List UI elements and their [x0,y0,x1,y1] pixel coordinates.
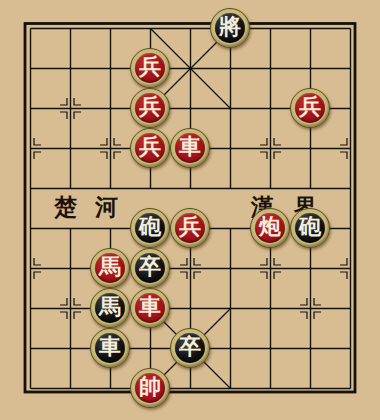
intersection-7-2[interactable]: 兵 [290,88,330,128]
intersection-1-7[interactable] [50,288,90,328]
intersection-2-0[interactable] [90,8,130,48]
intersection-8-8[interactable] [330,328,370,368]
intersection-6-4[interactable] [250,168,290,208]
intersection-4-4[interactable] [170,168,210,208]
intersection-3-7[interactable]: 車 [130,288,170,328]
intersection-2-4[interactable] [90,168,130,208]
intersection-6-9[interactable] [250,368,290,408]
xiangqi-board: 楚河 漢界 將兵兵兵兵車砲兵炮砲馬卒馬車車卒帥 [0,0,380,420]
intersection-2-5[interactable] [90,208,130,248]
intersection-6-6[interactable] [250,248,290,288]
intersection-5-3[interactable] [210,128,250,168]
intersection-6-0[interactable] [250,8,290,48]
piece-face: 兵 [295,93,325,123]
intersection-3-1[interactable]: 兵 [130,48,170,88]
piece-face: 兵 [135,133,165,163]
piece-black-chariot-1[interactable]: 車 [90,328,130,368]
intersection-4-6[interactable] [170,248,210,288]
piece-glyph: 卒 [139,256,161,278]
piece-face: 炮 [255,213,285,243]
intersection-0-2[interactable] [10,88,50,128]
piece-face: 兵 [135,53,165,83]
intersection-2-2[interactable] [90,88,130,128]
piece-face: 將 [215,13,245,43]
intersection-2-6[interactable]: 馬 [90,248,130,288]
piece-glyph: 兵 [179,216,201,238]
piece-red-soldier-1[interactable]: 兵 [130,48,170,88]
intersection-4-0[interactable] [170,8,210,48]
piece-glyph: 炮 [259,216,281,238]
intersection-6-8[interactable] [250,328,290,368]
piece-red-general[interactable]: 帥 [130,368,170,408]
intersection-4-1[interactable] [170,48,210,88]
piece-face: 車 [95,333,125,363]
intersection-1-9[interactable] [50,368,90,408]
intersection-4-3[interactable]: 車 [170,128,210,168]
intersection-5-6[interactable] [210,248,250,288]
piece-face: 卒 [135,253,165,283]
intersection-3-4[interactable] [130,168,170,208]
intersection-7-8[interactable] [290,328,330,368]
intersection-7-9[interactable] [290,368,330,408]
intersection-2-9[interactable] [90,368,130,408]
intersection-8-9[interactable] [330,368,370,408]
piece-face: 兵 [175,213,205,243]
intersection-2-8[interactable]: 車 [90,328,130,368]
intersection-0-3[interactable] [10,128,50,168]
intersection-5-2[interactable] [210,88,250,128]
intersection-4-9[interactable] [170,368,210,408]
intersection-8-6[interactable] [330,248,370,288]
intersection-0-8[interactable] [10,328,50,368]
piece-face: 車 [135,293,165,323]
piece-face: 卒 [175,333,205,363]
intersection-5-5[interactable] [210,208,250,248]
intersection-3-3[interactable]: 兵 [130,128,170,168]
intersection-5-4[interactable] [210,168,250,208]
piece-red-chariot-2[interactable]: 車 [130,288,170,328]
intersection-8-1[interactable] [330,48,370,88]
intersection-4-8[interactable]: 卒 [170,328,210,368]
piece-black-cannon-2[interactable]: 砲 [290,208,330,248]
piece-glyph: 馬 [99,296,121,318]
piece-face: 馬 [95,293,125,323]
intersection-5-9[interactable] [210,368,250,408]
intersection-0-1[interactable] [10,48,50,88]
piece-face: 砲 [135,213,165,243]
intersection-8-7[interactable] [330,288,370,328]
intersection-7-7[interactable] [290,288,330,328]
intersection-7-4[interactable] [290,168,330,208]
piece-glyph: 卒 [179,336,201,358]
intersection-1-3[interactable] [50,128,90,168]
intersection-8-3[interactable] [330,128,370,168]
intersection-1-1[interactable] [50,48,90,88]
intersection-8-4[interactable] [330,168,370,208]
intersection-8-2[interactable] [330,88,370,128]
intersection-0-6[interactable] [10,248,50,288]
piece-glyph: 馬 [99,256,121,278]
intersection-6-2[interactable] [250,88,290,128]
piece-face: 馬 [95,253,125,283]
piece-black-general[interactable]: 將 [210,8,250,48]
piece-red-soldier-3[interactable]: 兵 [290,88,330,128]
piece-black-cannon-1[interactable]: 砲 [130,208,170,248]
intersection-6-5[interactable]: 炮 [250,208,290,248]
intersection-3-6[interactable]: 卒 [130,248,170,288]
intersection-6-7[interactable] [250,288,290,328]
intersection-4-2[interactable] [170,88,210,128]
intersection-5-0[interactable]: 將 [210,8,250,48]
intersection-0-4[interactable] [10,168,50,208]
intersection-7-3[interactable] [290,128,330,168]
intersection-1-5[interactable] [50,208,90,248]
piece-glyph: 帥 [139,376,161,398]
intersection-0-9[interactable] [10,368,50,408]
intersection-4-7[interactable] [170,288,210,328]
intersection-5-1[interactable] [210,48,250,88]
piece-glyph: 兵 [139,56,161,78]
intersection-0-7[interactable] [10,288,50,328]
intersection-2-1[interactable] [90,48,130,88]
piece-glyph: 將 [219,16,241,38]
intersection-0-5[interactable] [10,208,50,248]
piece-glyph: 砲 [299,216,321,238]
piece-black-horse-1[interactable]: 馬 [90,288,130,328]
piece-red-soldier-5[interactable]: 兵 [170,208,210,248]
piece-red-cannon-1[interactable]: 炮 [250,208,290,248]
piece-red-horse-1[interactable]: 馬 [90,248,130,288]
piece-black-soldier-1[interactable]: 卒 [130,248,170,288]
intersection-3-9[interactable]: 帥 [130,368,170,408]
intersection-7-6[interactable] [290,248,330,288]
intersection-3-2[interactable]: 兵 [130,88,170,128]
piece-glyph: 車 [99,336,121,358]
intersection-5-7[interactable] [210,288,250,328]
intersection-7-1[interactable] [290,48,330,88]
intersection-6-3[interactable] [250,128,290,168]
intersection-8-5[interactable] [330,208,370,248]
intersection-3-8[interactable] [130,328,170,368]
intersection-1-6[interactable] [50,248,90,288]
piece-face: 兵 [135,93,165,123]
intersection-3-5[interactable]: 砲 [130,208,170,248]
piece-glyph: 車 [139,296,161,318]
intersection-2-7[interactable]: 馬 [90,288,130,328]
piece-glyph: 兵 [139,136,161,158]
piece-glyph: 砲 [139,216,161,238]
intersection-4-5[interactable]: 兵 [170,208,210,248]
intersection-1-8[interactable] [50,328,90,368]
intersection-7-0[interactable] [290,8,330,48]
piece-glyph: 車 [179,136,201,158]
piece-glyph: 兵 [299,96,321,118]
intersection-8-0[interactable] [330,8,370,48]
piece-face: 砲 [295,213,325,243]
intersection-1-2[interactable] [50,88,90,128]
intersection-1-4[interactable] [50,168,90,208]
intersection-2-3[interactable] [90,128,130,168]
piece-red-soldier-4[interactable]: 兵 [130,128,170,168]
piece-face: 車 [175,133,205,163]
piece-black-soldier-2[interactable]: 卒 [170,328,210,368]
intersection-3-0[interactable] [130,8,170,48]
piece-red-chariot-1[interactable]: 車 [170,128,210,168]
intersection-6-1[interactable] [250,48,290,88]
board-grid: 將兵兵兵兵車砲兵炮砲馬卒馬車車卒帥 [10,8,370,408]
piece-face: 帥 [135,373,165,403]
intersection-0-0[interactable] [10,8,50,48]
intersection-1-0[interactable] [50,8,90,48]
intersection-5-8[interactable] [210,328,250,368]
piece-red-soldier-2[interactable]: 兵 [130,88,170,128]
piece-glyph: 兵 [139,96,161,118]
intersection-7-5[interactable]: 砲 [290,208,330,248]
